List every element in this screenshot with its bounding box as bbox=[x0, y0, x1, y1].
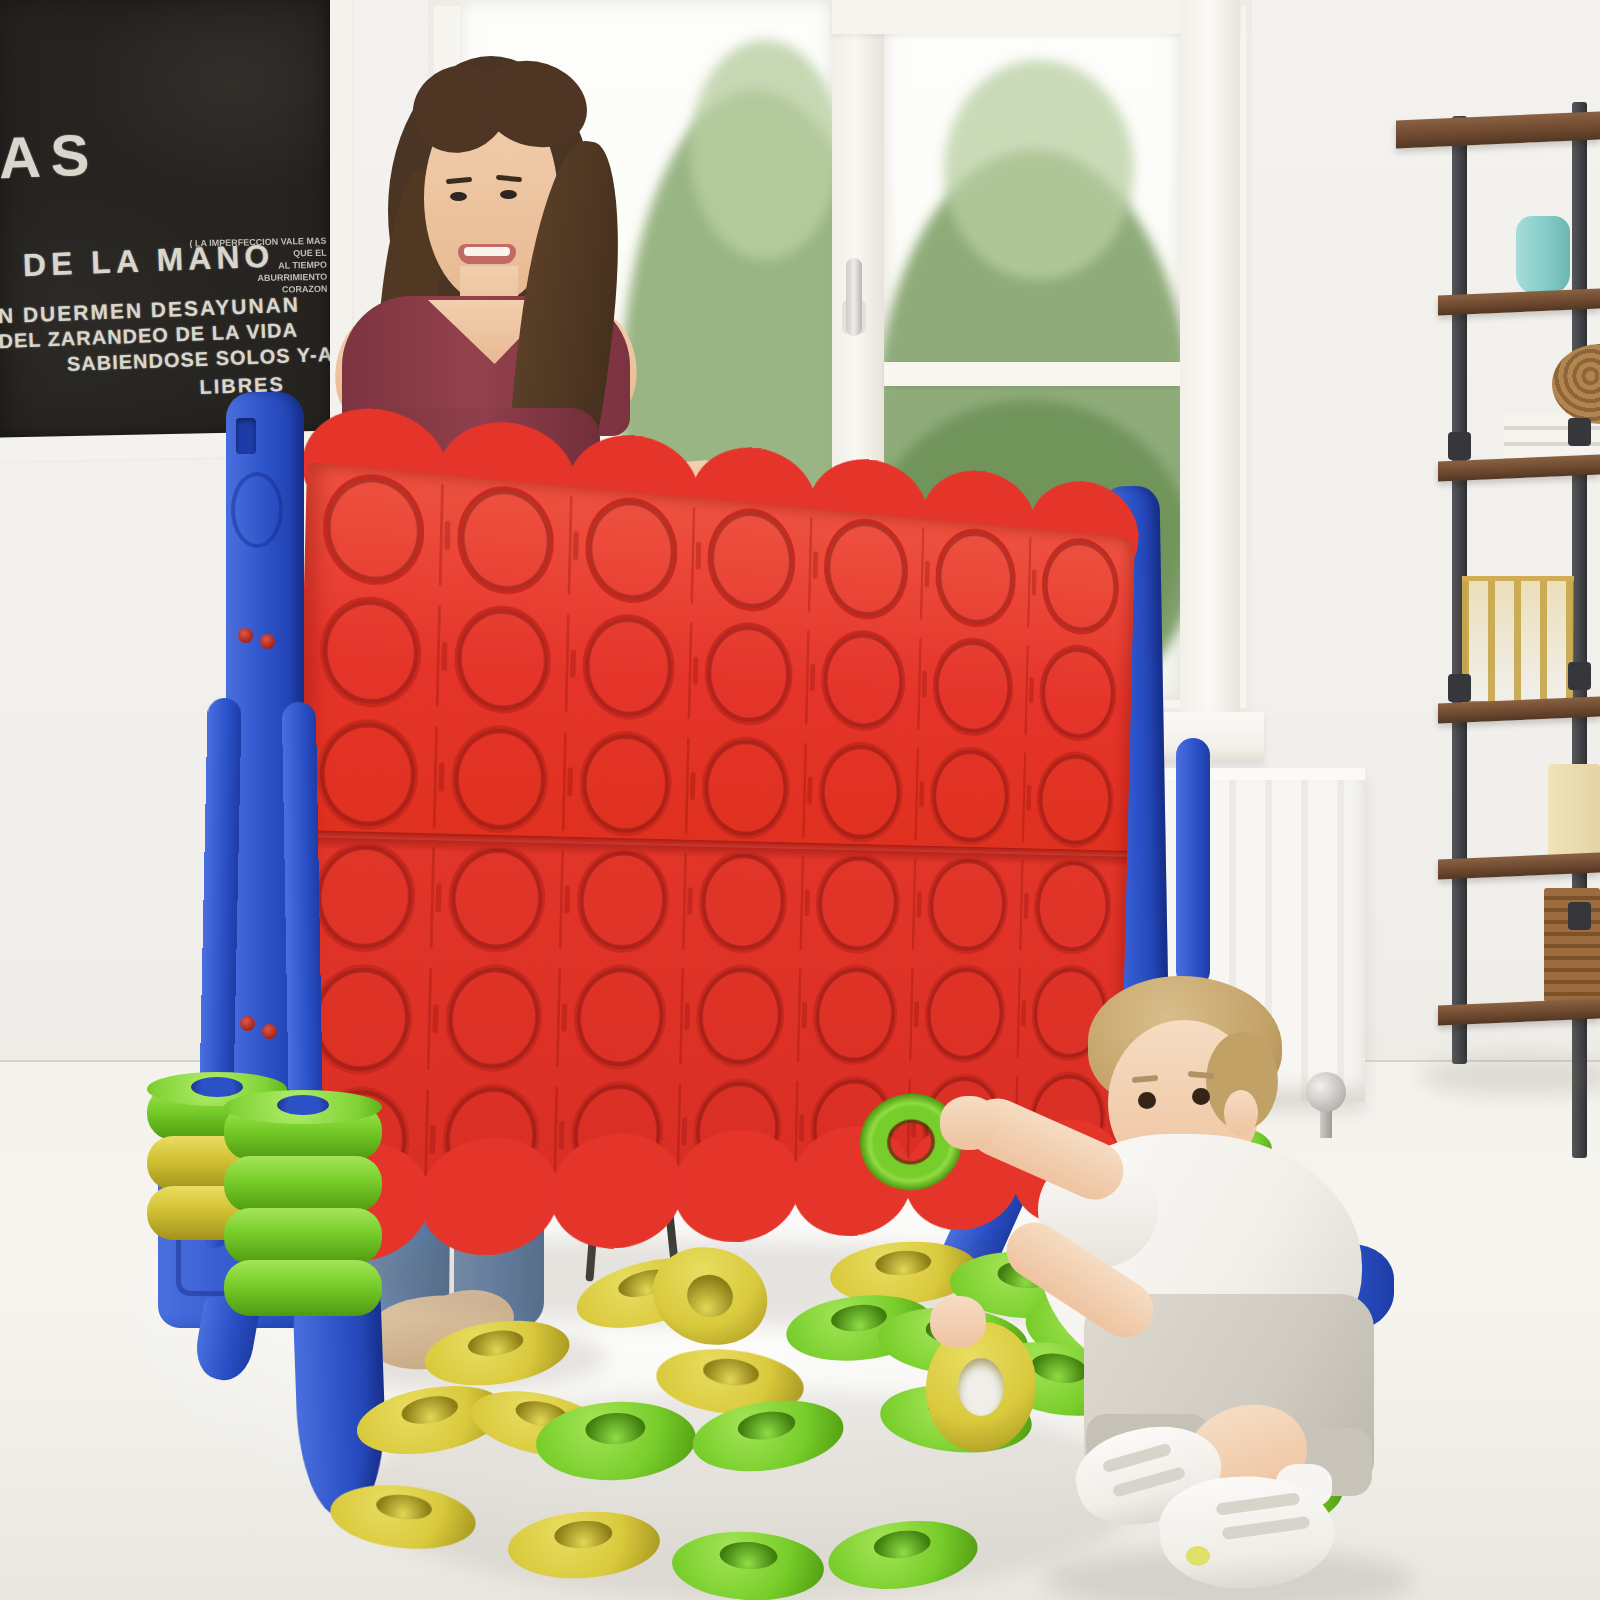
floor-ring-green[interactable] bbox=[670, 1528, 825, 1600]
chalkboard: ASDE LA MANON DUERMEN DESAYUNANDEL ZARAN… bbox=[0, 0, 343, 456]
board-cell-r2c2[interactable] bbox=[436, 595, 568, 722]
window-right-frame bbox=[1180, 0, 1240, 712]
board-cell-r1c2[interactable] bbox=[439, 474, 571, 604]
board-cell-r1c1[interactable] bbox=[304, 462, 442, 595]
board-cell-r5c5[interactable] bbox=[797, 959, 912, 1072]
board-cell-r2c7[interactable] bbox=[1025, 636, 1130, 749]
board-cell-r2c6[interactable] bbox=[918, 629, 1028, 744]
shelf-joint bbox=[1448, 674, 1471, 702]
tree-foliage bbox=[944, 60, 1134, 280]
frame-slot-detail bbox=[236, 418, 256, 454]
board-cell-r4c3[interactable] bbox=[560, 840, 686, 958]
board-cell-r2c3[interactable] bbox=[565, 604, 691, 728]
screw-knob[interactable] bbox=[262, 1024, 277, 1039]
screw-knob[interactable] bbox=[238, 628, 253, 643]
toddler-hand bbox=[940, 1096, 998, 1150]
peg-through-hole bbox=[277, 1095, 329, 1115]
board-cell-r4c7[interactable] bbox=[1020, 852, 1125, 960]
scene: ASDE LA MANON DUERMEN DESAYUNANDEL ZARAN… bbox=[0, 0, 1600, 1600]
radiator-valve[interactable] bbox=[1306, 1072, 1346, 1112]
board-cell-r3c1[interactable] bbox=[298, 710, 436, 837]
window-transom-bar bbox=[884, 362, 1180, 386]
board-cell-r3c5[interactable] bbox=[803, 734, 918, 849]
toddler-eye bbox=[1192, 1088, 1210, 1105]
board-cell-r1c3[interactable] bbox=[568, 486, 694, 613]
ring-peg-right bbox=[1176, 738, 1210, 988]
board-cell-r5c4[interactable] bbox=[680, 959, 800, 1074]
board-cell-r2c5[interactable] bbox=[806, 621, 921, 739]
board-cell-r3c6[interactable] bbox=[915, 739, 1025, 852]
woman-eye bbox=[500, 190, 517, 199]
tree-foliage bbox=[690, 40, 832, 260]
board-cell-r3c4[interactable] bbox=[685, 728, 805, 846]
woman-smile bbox=[464, 247, 510, 256]
frame-circle-detail bbox=[231, 472, 283, 548]
board-cell-r4c2[interactable] bbox=[430, 837, 562, 958]
toddler-hand bbox=[930, 1296, 986, 1348]
board-cell-r4c6[interactable] bbox=[912, 849, 1022, 959]
peg-ring-front[interactable] bbox=[224, 1208, 382, 1264]
floor-ring-yellow[interactable] bbox=[506, 1507, 662, 1583]
chalk-text-line: AS bbox=[0, 121, 100, 192]
board-cell-r1c7[interactable] bbox=[1028, 528, 1133, 643]
board-cell-r3c7[interactable] bbox=[1022, 744, 1127, 854]
board-cell-r2c1[interactable] bbox=[301, 586, 439, 716]
board-cell-r5c6[interactable] bbox=[910, 959, 1020, 1069]
board-cell-r1c6[interactable] bbox=[920, 518, 1030, 636]
toddler-eye bbox=[1138, 1092, 1156, 1109]
shelf-joint bbox=[1568, 902, 1591, 930]
peg-ring-front[interactable] bbox=[224, 1260, 382, 1316]
peg-through-hole bbox=[191, 1077, 243, 1097]
screw-knob[interactable] bbox=[260, 634, 275, 649]
floor-ring-green[interactable] bbox=[534, 1398, 698, 1484]
toddler-ear bbox=[1224, 1090, 1258, 1136]
board-cell-r4c4[interactable] bbox=[683, 843, 803, 959]
woman-eye bbox=[450, 192, 467, 201]
window-top-frame bbox=[832, 0, 1240, 34]
chalk-text-small: ( LA IMPERFECCION VALE MAS QUE EL AL TIE… bbox=[170, 235, 327, 298]
screw-knob[interactable] bbox=[240, 1016, 255, 1031]
shelf-joint bbox=[1448, 432, 1471, 460]
gold-basket bbox=[1462, 576, 1574, 706]
window-handle[interactable] bbox=[846, 258, 862, 336]
board-cell-r1c5[interactable] bbox=[808, 508, 923, 628]
shoe-logo bbox=[1186, 1546, 1210, 1566]
shelf-joint bbox=[1568, 662, 1591, 690]
storage-box bbox=[1548, 764, 1600, 860]
vase bbox=[1516, 216, 1570, 294]
board-cell-r4c5[interactable] bbox=[800, 846, 915, 959]
shelf-joint bbox=[1568, 418, 1591, 446]
board-cell-r3c2[interactable] bbox=[433, 716, 565, 840]
board-cell-r2c4[interactable] bbox=[688, 613, 808, 734]
board-cell-r5c2[interactable] bbox=[428, 958, 560, 1079]
board-cell-r1c4[interactable] bbox=[691, 498, 811, 621]
board-cell-r5c3[interactable] bbox=[557, 959, 683, 1077]
board-cell-r3c3[interactable] bbox=[562, 722, 688, 843]
peg-ring-front[interactable] bbox=[224, 1156, 382, 1212]
